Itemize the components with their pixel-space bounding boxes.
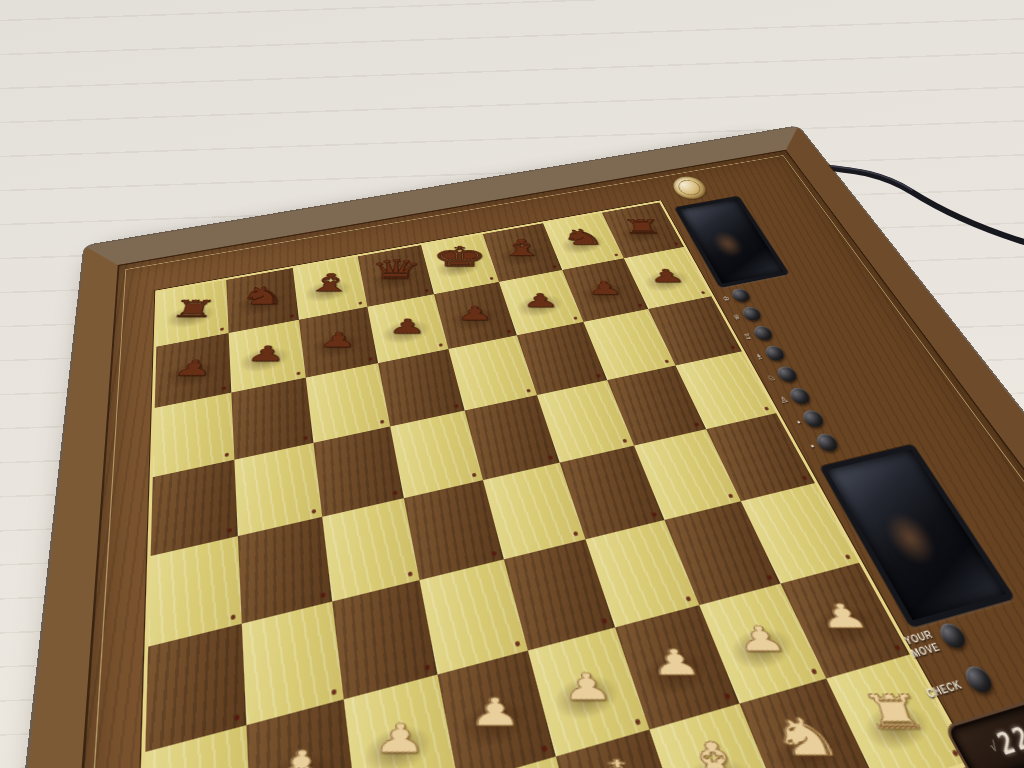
- square-d2[interactable]: [438, 651, 556, 768]
- key-knob-7[interactable]: [800, 409, 827, 429]
- piece-shadow: [359, 718, 434, 768]
- piece-glyph: ♟: [757, 599, 930, 632]
- check-button[interactable]: [961, 664, 996, 695]
- glass-reflection: [708, 229, 748, 259]
- square-b2[interactable]: [246, 699, 357, 768]
- square-d3[interactable]: [420, 559, 528, 674]
- piece-shadow: [855, 697, 938, 758]
- square-d1[interactable]: [459, 757, 589, 768]
- key-knob-8[interactable]: [814, 432, 841, 453]
- piece-glyph: ♟: [500, 668, 676, 705]
- square-e1[interactable]: [556, 730, 690, 768]
- key-symbol-icon: •: [785, 417, 803, 429]
- piece-shadow: [260, 745, 335, 768]
- piece-glyph: ♞: [711, 710, 902, 762]
- key-symbol-icon: ♖: [737, 332, 753, 342]
- chess-computer-board: ♜♞♝♛♚♝♞♜♟♟♟♟♟♟♟♟♟♟♟♟♟♟♟♟♜♞♝♛♚♝♞♜ ♔♕♖♗♘♙•…: [0, 126, 1024, 768]
- piece-glyph: ♝: [620, 735, 812, 768]
- square-b5[interactable]: [234, 443, 322, 536]
- piece-glyph: ♟: [588, 644, 763, 680]
- piece-glyph: ♜: [799, 688, 989, 735]
- square-d4[interactable]: [404, 480, 504, 580]
- key-symbol-icon: ♔: [716, 294, 731, 303]
- square-g1[interactable]: [740, 679, 880, 768]
- check-label: CHECK: [914, 678, 965, 703]
- key-symbol-icon: ♗: [748, 352, 764, 362]
- square-f1[interactable]: [649, 704, 786, 768]
- your-move-button[interactable]: [936, 621, 970, 650]
- piece-shadow: [674, 749, 757, 768]
- square-e4[interactable]: [483, 463, 585, 560]
- piece-shadow: [766, 722, 849, 768]
- square-g3[interactable]: [664, 501, 780, 605]
- square-a5[interactable]: [151, 460, 238, 556]
- fidelity-medallion-icon: [668, 174, 712, 202]
- piece-shadow: [548, 668, 624, 727]
- key-symbol-icon: ♘: [760, 373, 777, 384]
- square-h2[interactable]: [781, 563, 910, 679]
- square-f3[interactable]: [585, 520, 699, 627]
- key-knob-4[interactable]: [763, 344, 788, 362]
- square-e3[interactable]: [504, 539, 615, 650]
- check-control: CHECK: [910, 664, 996, 711]
- your-move-label: YOUR MOVE: [887, 629, 942, 664]
- board-surface: ♜♞♝♛♚♝♞♜♟♟♟♟♟♟♟♟♟♟♟♟♟♟♟♟♜♞♝♛♚♝♞♜ ♔♕♖♗♘♙•…: [37, 150, 1024, 768]
- key-knob-2[interactable]: [740, 306, 763, 323]
- square-g2[interactable]: [699, 584, 826, 704]
- piece-glyph: ♟: [674, 621, 848, 656]
- key-symbol-icon: ♕: [726, 313, 742, 322]
- photo-of-chess-computer: { "game": "chess", "position": "rnbqkbnr…: [0, 0, 1024, 768]
- your-move-control: YOUR MOVE: [886, 621, 969, 665]
- piece-glyph: ♚: [525, 752, 717, 768]
- square-h1[interactable]: [826, 654, 969, 768]
- square-f4[interactable]: [560, 446, 665, 540]
- display-window-lower: [820, 444, 1015, 628]
- square-e2[interactable]: [528, 627, 650, 756]
- chess-grid: [133, 200, 975, 768]
- square-a6[interactable]: [153, 393, 235, 478]
- piece-shadow: [806, 599, 882, 652]
- key-symbol-icon: ♙: [772, 395, 789, 406]
- square-f2[interactable]: [615, 605, 739, 729]
- piece-shadow: [723, 621, 799, 676]
- square-a2[interactable]: [142, 725, 252, 768]
- square-g4[interactable]: [634, 429, 741, 520]
- key-knob-6[interactable]: [787, 386, 813, 405]
- key-knob-1[interactable]: [730, 287, 753, 303]
- scene: ♜♞♝♛♚♝♞♜♟♟♟♟♟♟♟♟♟♟♟♟♟♟♟♟♜♞♝♛♚♝♞♜ ♔♕♖♗♘♙•…: [0, 0, 1024, 768]
- piece-glyph: ♟: [205, 744, 393, 768]
- square-c3[interactable]: [332, 580, 437, 699]
- square-c5[interactable]: [313, 426, 403, 516]
- piece-glyph: ♟: [307, 718, 489, 758]
- key-symbol-icon: •: [799, 441, 817, 453]
- led-display: √ 2265: [947, 691, 1024, 768]
- key-knob-3[interactable]: [751, 325, 775, 342]
- led-tick-mark: √: [987, 738, 999, 755]
- piece-shadow: [455, 693, 531, 754]
- piece-glyph: ♟: [406, 692, 584, 731]
- square-c4[interactable]: [322, 498, 419, 601]
- piece-shadow: [637, 644, 713, 701]
- square-a4[interactable]: [148, 536, 242, 647]
- square-b3[interactable]: [242, 601, 344, 725]
- square-a3[interactable]: [145, 624, 246, 752]
- key-knob-5[interactable]: [775, 365, 800, 384]
- square-h3[interactable]: [741, 483, 859, 584]
- square-b4[interactable]: [238, 517, 332, 624]
- glass-reflection: [877, 508, 945, 568]
- led-display-value: 2265: [992, 710, 1024, 761]
- square-b6[interactable]: [231, 378, 313, 460]
- brand-block: Elite AVANT GARDE: [809, 750, 974, 768]
- square-c2[interactable]: [344, 674, 459, 768]
